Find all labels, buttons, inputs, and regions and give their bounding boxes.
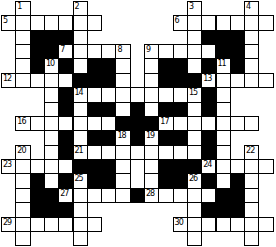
answer-cell-r8-c13[interactable] <box>187 116 202 131</box>
block-cell-r7-c7 <box>101 102 116 117</box>
answer-cell-r0-c5[interactable]: 2 <box>73 1 88 16</box>
clue-number-21: 21 <box>75 146 83 155</box>
answer-cell-r10-c12[interactable] <box>173 145 188 160</box>
answer-cell-r7-c15[interactable] <box>216 102 231 117</box>
block-cell-r11-c13 <box>187 159 202 174</box>
answer-cell-r8-c1[interactable]: 16 <box>15 116 30 131</box>
answer-cell-r10-c10[interactable] <box>144 145 159 160</box>
answer-cell-r15-c18[interactable] <box>258 217 273 232</box>
answer-cell-r3-c13[interactable] <box>187 44 202 59</box>
answer-cell-r8-c7[interactable] <box>101 116 116 131</box>
answer-cell-r5-c4[interactable] <box>58 73 73 88</box>
block-cell-r13-c9 <box>130 188 145 203</box>
answer-cell-r15-c14[interactable] <box>201 217 216 232</box>
answer-cell-r16-c1[interactable] <box>15 231 30 246</box>
block-cell-r9-c7 <box>101 130 116 145</box>
answer-cell-r6-c15[interactable] <box>216 87 231 102</box>
answer-cell-r1-c18[interactable] <box>258 15 273 30</box>
answer-cell-r8-c11[interactable]: 17 <box>158 116 173 131</box>
answer-cell-r10-c8[interactable] <box>115 145 130 160</box>
crossword-page: 1234567891011121314151617181920212223242… <box>0 0 276 247</box>
answer-cell-r3-c12[interactable] <box>173 44 188 59</box>
block-cell-r3-c16 <box>230 44 245 59</box>
answer-cell-r11-c0[interactable]: 23 <box>1 159 16 174</box>
answer-cell-r6-c5[interactable]: 14 <box>73 87 88 102</box>
block-cell-r13-c16 <box>230 188 245 203</box>
answer-cell-r3-c11[interactable] <box>158 44 173 59</box>
clue-number-28: 28 <box>146 189 154 198</box>
answer-cell-r13-c11[interactable] <box>158 188 173 203</box>
answer-cell-r12-c17[interactable] <box>244 173 259 188</box>
block-cell-r7-c14 <box>201 102 216 117</box>
block-cell-r14-c16 <box>230 202 245 217</box>
block-cell-r5-c13 <box>187 73 202 88</box>
block-cell-r4-c12 <box>173 58 188 73</box>
answer-cell-r12-c10[interactable] <box>144 173 159 188</box>
answer-cell-r12-c8[interactable] <box>115 173 130 188</box>
block-cell-r13-c2 <box>30 188 45 203</box>
answer-cell-r8-c17[interactable] <box>244 116 259 131</box>
answer-cell-r6-c9[interactable] <box>130 87 145 102</box>
answer-cell-r13-c14[interactable] <box>201 188 216 203</box>
answer-cell-r11-c17[interactable] <box>244 159 259 174</box>
block-cell-r4-c14 <box>201 58 216 73</box>
block-cell-r5-c5 <box>73 73 88 88</box>
block-cell-r5-c7 <box>101 73 116 88</box>
block-cell-r12-c11 <box>158 173 173 188</box>
answer-cell-r16-c13[interactable] <box>187 231 202 246</box>
clue-number-30: 30 <box>175 218 183 227</box>
answer-cell-r15-c4[interactable] <box>58 217 73 232</box>
answer-cell-r13-c12[interactable] <box>173 188 188 203</box>
block-cell-r14-c14 <box>201 202 216 217</box>
clue-number-8: 8 <box>117 45 121 54</box>
answer-cell-r15-c5[interactable] <box>73 217 88 232</box>
block-cell-r2-c15 <box>216 30 231 45</box>
block-cell-r14-c15 <box>216 202 231 217</box>
answer-cell-r3-c7[interactable] <box>101 44 116 59</box>
block-cell-r14-c4 <box>58 202 73 217</box>
answer-cell-r15-c6[interactable] <box>87 217 102 232</box>
block-cell-r2-c4 <box>58 30 73 45</box>
answer-cell-r5-c16[interactable] <box>230 73 245 88</box>
block-cell-r14-c3 <box>44 202 59 217</box>
answer-cell-r3-c4[interactable]: 7 <box>58 44 73 59</box>
block-cell-r3-c2 <box>30 44 45 59</box>
block-cell-r9-c6 <box>87 130 102 145</box>
clue-number-5: 5 <box>3 16 7 25</box>
answer-cell-r8-c16[interactable] <box>230 116 245 131</box>
block-cell-r4-c6 <box>87 58 102 73</box>
answer-cell-r11-c4[interactable] <box>58 159 73 174</box>
block-cell-r7-c11 <box>158 102 173 117</box>
answer-cell-r10-c7[interactable] <box>101 145 116 160</box>
answer-cell-r7-c3[interactable] <box>44 102 59 117</box>
answer-cell-r15-c2[interactable] <box>30 217 45 232</box>
clue-number-2: 2 <box>75 2 79 11</box>
block-cell-r7-c4 <box>58 102 73 117</box>
block-cell-r6-c4 <box>58 87 73 102</box>
answer-cell-r1-c3[interactable] <box>44 15 59 30</box>
answer-cell-r1-c12[interactable]: 6 <box>173 15 188 30</box>
answer-cell-r7-c8[interactable] <box>115 102 130 117</box>
clue-number-15: 15 <box>189 88 197 97</box>
answer-cell-r5-c8[interactable] <box>115 73 130 88</box>
clue-number-19: 19 <box>146 131 154 140</box>
block-cell-r4-c16 <box>230 58 245 73</box>
block-cell-r8-c8 <box>115 116 130 131</box>
answer-cell-r7-c13[interactable] <box>187 102 202 117</box>
answer-cell-r10-c5[interactable]: 21 <box>73 145 88 160</box>
answer-cell-r10-c1[interactable]: 20 <box>15 145 30 160</box>
crossword-board: 1234567891011121314151617181920212223242… <box>0 0 276 247</box>
answer-cell-r11-c16[interactable] <box>230 159 245 174</box>
answer-cell-r13-c6[interactable] <box>87 188 102 203</box>
answer-cell-r11-c2[interactable] <box>30 159 45 174</box>
answer-cell-r8-c2[interactable] <box>30 116 45 131</box>
block-cell-r4-c11 <box>158 58 173 73</box>
answer-cell-r1-c2[interactable] <box>30 15 45 30</box>
answer-cell-r1-c14[interactable] <box>201 15 216 30</box>
block-cell-r3-c15 <box>216 44 231 59</box>
answer-cell-r8-c4[interactable] <box>58 116 73 131</box>
block-cell-r14-c2 <box>30 202 45 217</box>
answer-cell-r5-c14[interactable]: 13 <box>201 73 216 88</box>
answer-cell-r3-c8[interactable]: 8 <box>115 44 130 59</box>
answer-cell-r10-c6[interactable] <box>87 145 102 160</box>
clue-number-17: 17 <box>160 117 168 126</box>
answer-cell-r2-c13[interactable] <box>187 30 202 45</box>
answer-cell-r10-c15[interactable] <box>216 145 231 160</box>
answer-cell-r14-c1[interactable] <box>15 202 30 217</box>
answer-cell-r6-c12[interactable] <box>173 87 188 102</box>
answer-cell-r7-c10[interactable] <box>144 102 159 117</box>
block-cell-r12-c4 <box>58 173 73 188</box>
clue-number-13: 13 <box>203 74 211 83</box>
block-cell-r7-c6 <box>87 102 102 117</box>
answer-cell-r9-c15[interactable] <box>216 130 231 145</box>
answer-cell-r9-c8[interactable]: 18 <box>115 130 130 145</box>
answer-cell-r5-c2[interactable] <box>30 73 45 88</box>
answer-cell-r1-c5[interactable] <box>73 15 88 30</box>
answer-cell-r5-c0[interactable]: 12 <box>1 73 16 88</box>
answer-cell-r1-c17[interactable] <box>244 15 259 30</box>
answer-cell-r3-c5[interactable] <box>73 44 88 59</box>
clue-number-11: 11 <box>218 59 226 68</box>
block-cell-r11-c11 <box>158 159 173 174</box>
answer-cell-r15-c1[interactable] <box>15 217 30 232</box>
answer-cell-r12-c3[interactable] <box>44 173 59 188</box>
answer-cell-r13-c7[interactable] <box>101 188 116 203</box>
answer-cell-r10-c17[interactable]: 22 <box>244 145 259 160</box>
answer-cell-r1-c1[interactable] <box>15 15 30 30</box>
clue-number-27: 27 <box>60 189 68 198</box>
block-cell-r7-c12 <box>173 102 188 117</box>
clue-number-6: 6 <box>175 16 179 25</box>
clue-number-9: 9 <box>146 45 150 54</box>
block-cell-r11-c5 <box>73 159 88 174</box>
answer-cell-r2-c17[interactable] <box>244 30 259 45</box>
answer-cell-r14-c5[interactable] <box>73 202 88 217</box>
clue-number-4: 4 <box>246 2 250 11</box>
block-cell-r5-c6 <box>87 73 102 88</box>
answer-cell-r9-c10[interactable]: 19 <box>144 130 159 145</box>
block-cell-r11-c7 <box>101 159 116 174</box>
answer-cell-r6-c6[interactable] <box>87 87 102 102</box>
answer-cell-r10-c11[interactable] <box>158 145 173 160</box>
block-cell-r2-c14 <box>201 30 216 45</box>
answer-cell-r15-c15[interactable] <box>216 217 231 232</box>
block-cell-r12-c14 <box>201 173 216 188</box>
answer-cell-r4-c8[interactable] <box>115 58 130 73</box>
block-cell-r10-c14 <box>201 145 216 160</box>
block-cell-r9-c4 <box>58 130 73 145</box>
clue-number-12: 12 <box>3 74 11 83</box>
answer-cell-r8-c6[interactable] <box>87 116 102 131</box>
answer-cell-r3-c14[interactable] <box>201 44 216 59</box>
answer-cell-r15-c3[interactable] <box>44 217 59 232</box>
block-cell-r9-c9 <box>130 130 145 145</box>
answer-cell-r8-c15[interactable] <box>216 116 231 131</box>
answer-cell-r4-c17[interactable] <box>244 58 259 73</box>
answer-cell-r6-c3[interactable] <box>44 87 59 102</box>
block-cell-r4-c2 <box>30 58 45 73</box>
answer-cell-r0-c1[interactable]: 1 <box>15 1 30 16</box>
answer-cell-r8-c12[interactable] <box>173 116 188 131</box>
answer-cell-r15-c0[interactable]: 29 <box>1 217 16 232</box>
answer-cell-r11-c3[interactable] <box>44 159 59 174</box>
block-cell-r12-c12 <box>173 173 188 188</box>
answer-cell-r1-c4[interactable] <box>58 15 73 30</box>
answer-cell-r13-c1[interactable] <box>15 188 30 203</box>
clue-number-18: 18 <box>117 131 125 140</box>
answer-cell-r10-c13[interactable] <box>187 145 202 160</box>
answer-cell-r15-c13[interactable] <box>187 217 202 232</box>
block-cell-r11-c12 <box>173 159 188 174</box>
answer-cell-r4-c3[interactable]: 10 <box>44 58 59 73</box>
block-cell-r12-c16 <box>230 173 245 188</box>
answer-cell-r2-c5[interactable] <box>73 30 88 45</box>
answer-cell-r2-c1[interactable] <box>15 30 30 45</box>
answer-cell-r1-c0[interactable]: 5 <box>1 15 16 30</box>
answer-cell-r9-c13[interactable] <box>187 130 202 145</box>
block-cell-r4-c4 <box>58 58 73 73</box>
answer-cell-r11-c18[interactable] <box>258 159 273 174</box>
answer-cell-r9-c3[interactable] <box>44 130 59 145</box>
answer-cell-r16-c17[interactable] <box>244 231 259 246</box>
block-cell-r8-c10 <box>144 116 159 131</box>
clue-number-22: 22 <box>246 146 254 155</box>
clue-number-10: 10 <box>46 59 54 68</box>
answer-cell-r14-c17[interactable] <box>244 202 259 217</box>
clue-number-23: 23 <box>3 160 11 169</box>
block-cell-r13-c15 <box>216 188 231 203</box>
block-cell-r6-c14 <box>201 87 216 102</box>
answer-cell-r11-c8[interactable] <box>115 159 130 174</box>
answer-cell-r15-c16[interactable] <box>230 217 245 232</box>
answer-cell-r12-c5[interactable]: 25 <box>73 173 88 188</box>
answer-cell-r4-c5[interactable] <box>73 58 88 73</box>
clue-number-16: 16 <box>17 117 25 126</box>
block-cell-r8-c9 <box>130 116 145 131</box>
answer-cell-r10-c9[interactable] <box>130 145 145 160</box>
answer-cell-r5-c3[interactable] <box>44 73 59 88</box>
block-cell-r12-c6 <box>87 173 102 188</box>
answer-cell-r12-c15[interactable] <box>216 173 231 188</box>
answer-cell-r0-c13[interactable]: 3 <box>187 1 202 16</box>
answer-cell-r0-c17[interactable]: 4 <box>244 1 259 16</box>
clue-number-7: 7 <box>60 45 64 54</box>
clue-number-14: 14 <box>75 88 83 97</box>
block-cell-r10-c4 <box>58 145 73 160</box>
answer-cell-r4-c10[interactable] <box>144 58 159 73</box>
answer-cell-r6-c10[interactable] <box>144 87 159 102</box>
answer-cell-r9-c5[interactable] <box>73 130 88 145</box>
answer-cell-r1-c16[interactable] <box>230 15 245 30</box>
block-cell-r12-c7 <box>101 173 116 188</box>
answer-cell-r14-c13[interactable] <box>187 202 202 217</box>
answer-cell-r5-c17[interactable] <box>244 73 259 88</box>
answer-cell-r13-c10[interactable]: 28 <box>144 188 159 203</box>
answer-cell-r12-c1[interactable] <box>15 173 30 188</box>
answer-cell-r1-c13[interactable] <box>187 15 202 30</box>
clue-number-24: 24 <box>203 160 211 169</box>
block-cell-r11-c6 <box>87 159 102 174</box>
answer-cell-r3-c10[interactable]: 9 <box>144 44 159 59</box>
answer-cell-r6-c8[interactable] <box>115 87 130 102</box>
block-cell-r12-c2 <box>30 173 45 188</box>
block-cell-r2-c2 <box>30 30 45 45</box>
block-cell-r7-c9 <box>130 102 145 117</box>
answer-cell-r11-c1[interactable] <box>15 159 30 174</box>
answer-cell-r13-c4[interactable]: 27 <box>58 188 73 203</box>
answer-cell-r8-c3[interactable] <box>44 116 59 131</box>
answer-cell-r11-c14[interactable]: 24 <box>201 159 216 174</box>
clue-number-1: 1 <box>17 2 21 11</box>
answer-cell-r12-c13[interactable]: 26 <box>187 173 202 188</box>
answer-cell-r15-c12[interactable]: 30 <box>173 217 188 232</box>
answer-cell-r1-c15[interactable] <box>216 15 231 30</box>
answer-cell-r13-c8[interactable] <box>115 188 130 203</box>
answer-cell-r4-c1[interactable] <box>15 58 30 73</box>
answer-cell-r5-c10[interactable] <box>144 73 159 88</box>
answer-cell-r3-c17[interactable] <box>244 44 259 59</box>
block-cell-r9-c11 <box>158 130 173 145</box>
clue-number-29: 29 <box>3 218 11 227</box>
block-cell-r2-c16 <box>230 30 245 45</box>
block-cell-r9-c14 <box>201 130 216 145</box>
answer-cell-r4-c15[interactable]: 11 <box>216 58 231 73</box>
block-cell-r2-c3 <box>44 30 59 45</box>
answer-cell-r8-c14[interactable] <box>201 116 216 131</box>
answer-cell-r10-c3[interactable] <box>44 145 59 160</box>
answer-cell-r13-c17[interactable] <box>244 188 259 203</box>
answer-cell-r3-c1[interactable] <box>15 44 30 59</box>
answer-cell-r3-c6[interactable] <box>87 44 102 59</box>
block-cell-r13-c3 <box>44 188 59 203</box>
block-cell-r4-c7 <box>101 58 116 73</box>
answer-cell-r11-c10[interactable] <box>144 159 159 174</box>
clue-number-25: 25 <box>75 174 83 183</box>
answer-cell-r1-c6[interactable] <box>87 15 102 30</box>
answer-cell-r5-c18[interactable] <box>258 73 273 88</box>
block-cell-r9-c12 <box>173 130 188 145</box>
block-cell-r5-c11 <box>158 73 173 88</box>
answer-cell-r5-c15[interactable] <box>216 73 231 88</box>
answer-cell-r13-c13[interactable] <box>187 188 202 203</box>
answer-cell-r6-c11[interactable] <box>158 87 173 102</box>
answer-cell-r13-c5[interactable] <box>73 188 88 203</box>
answer-cell-r8-c5[interactable] <box>73 116 88 131</box>
answer-cell-r6-c7[interactable] <box>101 87 116 102</box>
answer-cell-r15-c17[interactable] <box>244 217 259 232</box>
answer-cell-r11-c15[interactable] <box>216 159 231 174</box>
clue-number-26: 26 <box>189 174 197 183</box>
answer-cell-r4-c13[interactable] <box>187 58 202 73</box>
answer-cell-r7-c5[interactable] <box>73 102 88 117</box>
block-cell-r3-c3 <box>44 44 59 59</box>
clue-number-20: 20 <box>17 146 25 155</box>
block-cell-r5-c12 <box>173 73 188 88</box>
answer-cell-r6-c13[interactable]: 15 <box>187 87 202 102</box>
answer-cell-r5-c1[interactable] <box>15 73 30 88</box>
answer-cell-r16-c5[interactable] <box>73 231 88 246</box>
clue-number-3: 3 <box>189 2 193 11</box>
